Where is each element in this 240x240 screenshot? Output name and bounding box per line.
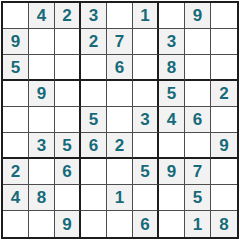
cell-r1c8[interactable]: 9: [185, 3, 211, 29]
cell-r5c9[interactable]: [211, 107, 237, 133]
cell-r4c3[interactable]: [55, 81, 81, 107]
cell-r4c1[interactable]: [3, 81, 29, 107]
cell-r6c8[interactable]: [185, 133, 211, 159]
cell-r4c9[interactable]: 2: [211, 81, 237, 107]
cell-r3c4[interactable]: [81, 55, 107, 81]
cell-r1c6[interactable]: 1: [133, 3, 159, 29]
cell-r3c8[interactable]: [185, 55, 211, 81]
sudoku-board: 4231992735689525346356292659748159618: [1, 1, 239, 239]
cell-r3c9[interactable]: [211, 55, 237, 81]
cell-r8c5[interactable]: 1: [107, 185, 133, 211]
cell-r4c8[interactable]: [185, 81, 211, 107]
cell-r9c5[interactable]: [107, 211, 133, 237]
cell-r7c4[interactable]: [81, 159, 107, 185]
cell-r2c1[interactable]: 9: [3, 29, 29, 55]
cell-r4c4[interactable]: [81, 81, 107, 107]
cell-r8c4[interactable]: [81, 185, 107, 211]
cell-r7c6[interactable]: 5: [133, 159, 159, 185]
cell-r7c1[interactable]: 2: [3, 159, 29, 185]
cell-r7c7[interactable]: 9: [159, 159, 185, 185]
cell-r7c9[interactable]: [211, 159, 237, 185]
cell-r4c6[interactable]: [133, 81, 159, 107]
cell-r8c8[interactable]: 5: [185, 185, 211, 211]
cell-r7c2[interactable]: [29, 159, 55, 185]
cell-r5c4[interactable]: 5: [81, 107, 107, 133]
cell-r6c4[interactable]: 6: [81, 133, 107, 159]
cell-r2c8[interactable]: [185, 29, 211, 55]
cell-r3c5[interactable]: 6: [107, 55, 133, 81]
cell-r5c8[interactable]: 6: [185, 107, 211, 133]
cell-r2c2[interactable]: [29, 29, 55, 55]
cell-r6c3[interactable]: 5: [55, 133, 81, 159]
cell-r9c8[interactable]: 1: [185, 211, 211, 237]
cell-r6c5[interactable]: 2: [107, 133, 133, 159]
cell-r5c2[interactable]: [29, 107, 55, 133]
cell-r2c7[interactable]: 3: [159, 29, 185, 55]
cell-r1c9[interactable]: [211, 3, 237, 29]
cell-r7c3[interactable]: 6: [55, 159, 81, 185]
cell-r1c4[interactable]: 3: [81, 3, 107, 29]
cell-r5c7[interactable]: 4: [159, 107, 185, 133]
cell-r3c6[interactable]: [133, 55, 159, 81]
cell-r8c7[interactable]: [159, 185, 185, 211]
cell-r8c9[interactable]: [211, 185, 237, 211]
cell-r5c5[interactable]: [107, 107, 133, 133]
cell-r7c5[interactable]: [107, 159, 133, 185]
cell-r1c5[interactable]: [107, 3, 133, 29]
cell-r9c4[interactable]: [81, 211, 107, 237]
cell-r2c6[interactable]: [133, 29, 159, 55]
cell-r2c9[interactable]: [211, 29, 237, 55]
cell-r4c5[interactable]: [107, 81, 133, 107]
cell-r3c1[interactable]: 5: [3, 55, 29, 81]
cell-r9c2[interactable]: [29, 211, 55, 237]
cell-r2c4[interactable]: 2: [81, 29, 107, 55]
cell-r8c3[interactable]: [55, 185, 81, 211]
cell-r2c5[interactable]: 7: [107, 29, 133, 55]
cell-r9c1[interactable]: [3, 211, 29, 237]
cell-r3c3[interactable]: [55, 55, 81, 81]
cell-r8c1[interactable]: 4: [3, 185, 29, 211]
cell-r5c6[interactable]: 3: [133, 107, 159, 133]
cell-r2c3[interactable]: [55, 29, 81, 55]
sudoku-page: 4231992735689525346356292659748159618: [0, 0, 240, 240]
cell-r9c7[interactable]: [159, 211, 185, 237]
cell-r6c2[interactable]: 3: [29, 133, 55, 159]
cell-r6c9[interactable]: 9: [211, 133, 237, 159]
cell-r5c1[interactable]: [3, 107, 29, 133]
cell-r8c2[interactable]: 8: [29, 185, 55, 211]
cell-r1c3[interactable]: 2: [55, 3, 81, 29]
cell-r3c2[interactable]: [29, 55, 55, 81]
cell-r6c1[interactable]: [3, 133, 29, 159]
cell-r4c2[interactable]: 9: [29, 81, 55, 107]
cell-r8c6[interactable]: [133, 185, 159, 211]
cell-r6c6[interactable]: [133, 133, 159, 159]
cell-r9c9[interactable]: 8: [211, 211, 237, 237]
cell-r1c2[interactable]: 4: [29, 3, 55, 29]
cell-r3c7[interactable]: 8: [159, 55, 185, 81]
cell-r6c7[interactable]: [159, 133, 185, 159]
cell-r9c6[interactable]: 6: [133, 211, 159, 237]
cell-r1c1[interactable]: [3, 3, 29, 29]
cell-r5c3[interactable]: [55, 107, 81, 133]
cell-r9c3[interactable]: 9: [55, 211, 81, 237]
cell-r4c7[interactable]: 5: [159, 81, 185, 107]
cell-r1c7[interactable]: [159, 3, 185, 29]
cell-r7c8[interactable]: 7: [185, 159, 211, 185]
